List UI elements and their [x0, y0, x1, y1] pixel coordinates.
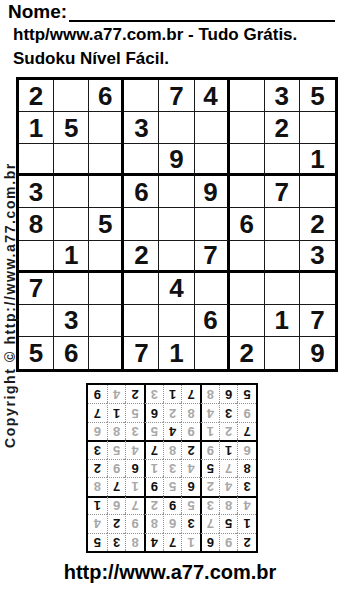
- puzzle-cell-r1c6: 4: [195, 80, 230, 112]
- solution-cell-r9c5: 1: [163, 385, 182, 403]
- solution-cell-r1c5: 7: [163, 533, 182, 551]
- puzzle-cell-r6c7: [230, 241, 265, 273]
- puzzle-cell-r8c8: 1: [265, 305, 300, 337]
- solution-cell-r5c6: 1: [144, 459, 163, 477]
- puzzle-cell-r8c2: 3: [54, 305, 89, 337]
- puzzle-cell-r9c4: 7: [124, 337, 159, 369]
- solution-cell-r6c7: 4: [125, 440, 144, 458]
- puzzle-cell-r3c1: [19, 144, 54, 176]
- puzzle-cell-r1c4: [124, 80, 159, 112]
- solution-cell-r8c9: 7: [88, 403, 107, 421]
- solution-cell-r4c4: 6: [181, 477, 200, 495]
- puzzle-cell-r7c5: 4: [159, 273, 194, 305]
- puzzle-cell-r3c4: [124, 144, 159, 176]
- solution-cell-r3c3: 3: [200, 496, 219, 514]
- solution-cell-r2c4: 3: [181, 514, 200, 532]
- puzzle-cell-r9c9: 9: [300, 337, 335, 369]
- puzzle-cell-r7c4: [124, 273, 159, 305]
- puzzle-cell-r9c2: 6: [54, 337, 89, 369]
- solution-cell-r3c7: 7: [125, 496, 144, 514]
- solution-cell-r3c8: 6: [107, 496, 126, 514]
- puzzle-cell-r4c3: [89, 176, 124, 208]
- puzzle-cell-r4c4: 6: [124, 176, 159, 208]
- solution-cell-r8c6: 6: [144, 403, 163, 421]
- puzzle-cell-r1c7: [230, 80, 265, 112]
- puzzle-cell-r4c8: 7: [265, 176, 300, 208]
- puzzle-cell-r2c1: 1: [19, 112, 54, 144]
- puzzle-cell-r2c5: [159, 112, 194, 144]
- solution-cell-r8c5: 2: [163, 403, 182, 421]
- solution-cell-r1c9: 5: [88, 533, 107, 551]
- puzzle-cell-r1c8: 3: [265, 80, 300, 112]
- solution-cell-r9c9: 9: [88, 385, 107, 403]
- puzzle-cell-r1c9: 5: [300, 80, 335, 112]
- puzzle-cell-r7c1: 7: [19, 273, 54, 305]
- solution-cell-r6c9: 3: [88, 440, 107, 458]
- solution-cell-r3c4: 5: [181, 496, 200, 514]
- solution-cell-r2c1: 1: [237, 514, 256, 532]
- solution-cell-r5c4: 4: [181, 459, 200, 477]
- puzzle-cell-r7c6: [195, 273, 230, 305]
- solution-cell-r9c2: 6: [219, 385, 238, 403]
- puzzle-cell-r5c5: [159, 208, 194, 240]
- solution-cell-r1c8: 3: [107, 533, 126, 551]
- puzzle-cell-r3c7: [230, 144, 265, 176]
- solution-cell-r7c1: 7: [237, 422, 256, 440]
- solution-cell-r7c4: 9: [181, 422, 200, 440]
- solution-cell-r5c9: 2: [88, 459, 107, 477]
- puzzle-cell-r5c2: [54, 208, 89, 240]
- puzzle-cell-r3c9: 1: [300, 144, 335, 176]
- solution-cell-r4c5: 5: [163, 477, 182, 495]
- solution-cell-r7c5: 4: [163, 422, 182, 440]
- puzzle-cell-r1c1: 2: [19, 80, 54, 112]
- puzzle-cell-r2c7: [230, 112, 265, 144]
- solution-cell-r8c1: 9: [237, 403, 256, 421]
- puzzle-cell-r2c4: 3: [124, 112, 159, 144]
- puzzle-cell-r5c6: [195, 208, 230, 240]
- solution-cell-r3c1: 4: [237, 496, 256, 514]
- solution-cell-r4c1: 3: [237, 477, 256, 495]
- puzzle-cell-r8c1: [19, 305, 54, 337]
- solution-cell-r7c6: 5: [144, 422, 163, 440]
- solution-cell-r2c2: 5: [219, 514, 238, 532]
- puzzle-cell-r6c1: [19, 241, 54, 273]
- puzzle-cell-r2c9: [300, 112, 335, 144]
- puzzle-cell-r4c6: 9: [195, 176, 230, 208]
- solution-cell-r8c3: 4: [200, 403, 219, 421]
- solution-cell-r4c9: 8: [88, 477, 107, 495]
- puzzle-cell-r6c4: 2: [124, 241, 159, 273]
- puzzle-cell-r1c3: 6: [89, 80, 124, 112]
- solution-cell-r7c9: 6: [88, 422, 107, 440]
- solution-cell-r6c2: 1: [219, 440, 238, 458]
- solution-cell-r8c2: 3: [219, 403, 238, 421]
- puzzle-cell-r3c3: [89, 144, 124, 176]
- solution-cell-r1c7: 8: [125, 533, 144, 551]
- solution-cell-r6c8: 5: [107, 440, 126, 458]
- solution-cell-r2c9: 4: [88, 514, 107, 532]
- puzzle-cell-r3c6: [195, 144, 230, 176]
- puzzle-cell-r2c8: 2: [265, 112, 300, 144]
- solution-cell-r9c7: 2: [125, 385, 144, 403]
- puzzle-cell-r3c8: [265, 144, 300, 176]
- puzzle-cell-r2c6: [195, 112, 230, 144]
- puzzle-cell-r9c5: 1: [159, 337, 194, 369]
- solution-cell-r5c3: 5: [200, 459, 219, 477]
- puzzle-cell-r6c8: [265, 241, 300, 273]
- solution-cell-r8c8: 1: [107, 403, 126, 421]
- name-fill-line: [69, 4, 335, 22]
- solution-cell-r7c3: 1: [200, 422, 219, 440]
- puzzle-cell-r7c9: [300, 273, 335, 305]
- name-label: Nome:: [8, 2, 67, 22]
- puzzle-cell-r4c2: [54, 176, 89, 208]
- solution-cell-r3c9: 1: [88, 496, 107, 514]
- puzzle-cell-r3c5: 9: [159, 144, 194, 176]
- puzzle-cell-r6c5: [159, 241, 194, 273]
- solution-cell-r4c7: 1: [125, 477, 144, 495]
- puzzle-cell-r9c6: [195, 337, 230, 369]
- puzzle-cell-r2c3: [89, 112, 124, 144]
- solution-cell-r9c1: 5: [237, 385, 256, 403]
- puzzle-cell-r5c7: 6: [230, 208, 265, 240]
- sudoku-puzzle-grid: 267435153291369785621273743617567129: [16, 77, 338, 372]
- puzzle-cell-r7c2: [54, 273, 89, 305]
- puzzle-cell-r6c9: 3: [300, 241, 335, 273]
- solution-cell-r8c4: 8: [181, 403, 200, 421]
- solution-cell-r1c4: 1: [181, 533, 200, 551]
- puzzle-cell-r6c3: [89, 241, 124, 273]
- puzzle-cell-r8c9: 7: [300, 305, 335, 337]
- footer-url: http://www.a77.com.br: [0, 561, 340, 584]
- solution-cell-r5c7: 6: [125, 459, 144, 477]
- solution-cell-r1c2: 9: [219, 533, 238, 551]
- puzzle-cell-r7c7: [230, 273, 265, 305]
- solution-cell-r8c7: 5: [125, 403, 144, 421]
- puzzle-cell-r8c6: 6: [195, 305, 230, 337]
- solution-cell-r7c7: 3: [125, 422, 144, 440]
- puzzle-cell-r1c5: 7: [159, 80, 194, 112]
- copyright-vertical-text: Copyright © http://www.a77.com.br: [2, 86, 17, 448]
- puzzle-cell-r9c8: [265, 337, 300, 369]
- puzzle-cell-r7c3: [89, 273, 124, 305]
- puzzle-cell-r5c3: 5: [89, 208, 124, 240]
- solution-cell-r1c6: 4: [144, 533, 163, 551]
- sudoku-solution-grid-rotated: 2961748351573689244835927613426591788754…: [86, 383, 258, 553]
- solution-cell-r5c8: 9: [107, 459, 126, 477]
- puzzle-cell-r2c2: 5: [54, 112, 89, 144]
- page-title: Sudoku Nível Fácil.: [13, 49, 169, 69]
- solution-cell-r6c6: 7: [144, 440, 163, 458]
- solution-cell-r3c5: 9: [163, 496, 182, 514]
- solution-cell-r3c2: 8: [219, 496, 238, 514]
- solution-cell-r4c2: 4: [219, 477, 238, 495]
- solution-cell-r5c5: 3: [163, 459, 182, 477]
- solution-cell-r9c3: 8: [200, 385, 219, 403]
- puzzle-cell-r4c9: [300, 176, 335, 208]
- solution-cell-r4c3: 2: [200, 477, 219, 495]
- solution-cell-r9c6: 3: [144, 385, 163, 403]
- puzzle-cell-r5c4: [124, 208, 159, 240]
- puzzle-cell-r9c7: 2: [230, 337, 265, 369]
- puzzle-cell-r8c5: [159, 305, 194, 337]
- solution-cell-r1c3: 6: [200, 533, 219, 551]
- solution-cell-r6c4: 2: [181, 440, 200, 458]
- puzzle-cell-r8c4: [124, 305, 159, 337]
- puzzle-cell-r5c9: 2: [300, 208, 335, 240]
- solution-cell-r7c2: 2: [219, 422, 238, 440]
- puzzle-cell-r9c1: 5: [19, 337, 54, 369]
- puzzle-cell-r8c7: [230, 305, 265, 337]
- solution-cell-r7c8: 8: [107, 422, 126, 440]
- solution-cell-r1c1: 2: [237, 533, 256, 551]
- solution-cell-r4c6: 9: [144, 477, 163, 495]
- solution-cell-r3c6: 2: [144, 496, 163, 514]
- solution-cell-r2c5: 6: [163, 514, 182, 532]
- solution-cell-r4c8: 7: [107, 477, 126, 495]
- puzzle-cell-r5c1: 8: [19, 208, 54, 240]
- header-site-line: http/www.a77.com.br - Tudo Grátis.: [13, 25, 297, 45]
- puzzle-cell-r4c5: [159, 176, 194, 208]
- solution-cell-r5c2: 7: [219, 459, 238, 477]
- solution-cell-r6c1: 6: [237, 440, 256, 458]
- solution-cell-r2c8: 2: [107, 514, 126, 532]
- solution-cell-r6c3: 9: [200, 440, 219, 458]
- solution-cell-r9c4: 7: [181, 385, 200, 403]
- puzzle-cell-r4c7: [230, 176, 265, 208]
- solution-cell-r5c1: 8: [237, 459, 256, 477]
- puzzle-cell-r5c8: [265, 208, 300, 240]
- puzzle-cell-r9c3: [89, 337, 124, 369]
- puzzle-cell-r1c2: [54, 80, 89, 112]
- puzzle-cell-r3c2: [54, 144, 89, 176]
- solution-cell-r2c3: 7: [200, 514, 219, 532]
- solution-cell-r6c5: 8: [163, 440, 182, 458]
- name-row: Nome:: [8, 2, 335, 22]
- solution-cell-r2c6: 8: [144, 514, 163, 532]
- solution-cell-r2c7: 9: [125, 514, 144, 532]
- puzzle-cell-r8c3: [89, 305, 124, 337]
- puzzle-cell-r6c6: 7: [195, 241, 230, 273]
- puzzle-cell-r4c1: 3: [19, 176, 54, 208]
- solution-cell-r9c8: 4: [107, 385, 126, 403]
- puzzle-cell-r6c2: 1: [54, 241, 89, 273]
- puzzle-cell-r7c8: [265, 273, 300, 305]
